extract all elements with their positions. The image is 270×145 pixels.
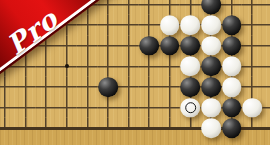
grid-cell: [242, 36, 263, 57]
grid-cell: [77, 97, 98, 118]
star-point: [65, 64, 69, 68]
grid-cell: [98, 36, 119, 57]
stone-white: [181, 15, 201, 35]
grid-cell: [180, 0, 201, 15]
grid-cell: [36, 77, 57, 98]
stone-black: [222, 36, 242, 56]
grid-cell: [36, 97, 57, 118]
stone-white: [201, 98, 221, 118]
grid-cell: [262, 56, 270, 77]
stone-black: [222, 98, 242, 118]
grid-cell: [77, 36, 98, 57]
grid-cell: [139, 97, 160, 118]
grid-cell: [118, 97, 139, 118]
grid-cell: [262, 97, 270, 118]
grid-cell: [77, 77, 98, 98]
stone-black: [201, 77, 221, 97]
grid-cell: [159, 97, 180, 118]
grid-cell: [139, 77, 160, 98]
stone-black: [139, 36, 159, 56]
grid-cell: [262, 0, 270, 15]
stone-black: [201, 0, 221, 14]
stone-white: [201, 36, 221, 56]
grid-cell: [242, 77, 263, 98]
grid-cell: [242, 56, 263, 77]
grid-cell: [15, 97, 36, 118]
grid-cell: [98, 0, 119, 15]
grid-cell: [262, 15, 270, 36]
marked-stone-white: [181, 98, 201, 118]
grid-cell: [77, 15, 98, 36]
grid-cell: [139, 0, 160, 15]
stone-white: [242, 98, 262, 118]
grid-cell: [159, 0, 180, 15]
grid-cell: [159, 77, 180, 98]
grid-cell: [221, 0, 242, 15]
grid-cell: [262, 36, 270, 57]
grid-cell: [15, 77, 36, 98]
stone-black: [160, 36, 180, 56]
grid-cell: [118, 0, 139, 15]
grid-cell: [77, 56, 98, 77]
grid-cell: [118, 56, 139, 77]
stone-black: [181, 36, 201, 56]
stone-white: [201, 15, 221, 35]
grid-cell: [262, 77, 270, 98]
grid-cell: [98, 56, 119, 77]
go-app-screenshot: Pro: [0, 0, 270, 145]
grid-cell: [242, 0, 263, 15]
grid-cell: [0, 77, 15, 98]
grid-cell: [98, 97, 119, 118]
stone-white: [160, 15, 180, 35]
stone-black: [222, 15, 242, 35]
stone-white: [222, 57, 242, 77]
grid-cell: [0, 97, 15, 118]
grid-cell: [139, 15, 160, 36]
grid-cell: [139, 56, 160, 77]
stone-black: [181, 77, 201, 97]
grid-cell: [56, 97, 77, 118]
stone-black: [201, 57, 221, 77]
grid-cell: [118, 15, 139, 36]
grid-cell: [242, 15, 263, 36]
grid-cell: [118, 36, 139, 57]
grid-cell: [98, 15, 119, 36]
grid-cell: [36, 56, 57, 77]
stone-black: [222, 118, 242, 138]
stone-white: [181, 57, 201, 77]
stone-white: [222, 77, 242, 97]
stone-black: [98, 77, 118, 97]
grid-cell: [118, 77, 139, 98]
grid-cell: [56, 36, 77, 57]
grid-cell: [159, 56, 180, 77]
grid-cell: [56, 77, 77, 98]
stone-white: [201, 118, 221, 138]
